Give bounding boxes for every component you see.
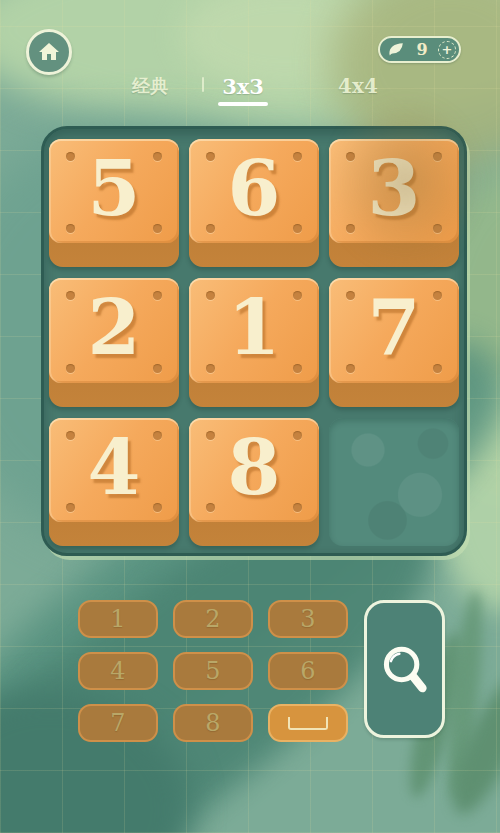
rivet-icon	[346, 224, 355, 233]
rivet-icon	[66, 152, 75, 161]
tab-classic[interactable]: 经典	[122, 74, 178, 98]
rivet-icon	[293, 503, 302, 512]
magnifier-icon	[378, 642, 432, 696]
tile-number: 3	[368, 151, 421, 227]
rivet-icon	[293, 224, 302, 233]
rivet-icon	[206, 364, 215, 373]
tile-7[interactable]: 7	[329, 278, 459, 406]
tile-number: 4	[88, 430, 141, 506]
tile-number: 2	[88, 290, 141, 366]
currency-value: 9	[406, 40, 438, 59]
tile-face: 4	[49, 418, 179, 522]
empty-cell	[329, 418, 459, 546]
rivet-icon	[66, 431, 75, 440]
key-2[interactable]: 2	[173, 600, 253, 638]
key-label: 5	[205, 657, 220, 685]
mode-tabs: 经典 3x3 4x4	[0, 74, 500, 104]
tile-2[interactable]: 2	[49, 278, 179, 406]
key-5[interactable]: 5	[173, 652, 253, 690]
tile-number: 6	[228, 151, 281, 227]
rivet-icon	[433, 152, 442, 161]
rivet-icon	[153, 224, 162, 233]
tab-3x3-label: 3x3	[222, 74, 264, 99]
puzzle-app: 9 + 经典 3x3 4x4 56321748 12345678	[0, 0, 500, 833]
tile-number: 7	[368, 290, 421, 366]
tile-5[interactable]: 5	[49, 139, 179, 267]
key-label: 7	[110, 709, 125, 737]
currency-badge[interactable]: 9 +	[378, 36, 461, 63]
keypad-reference: 12345678	[78, 600, 348, 742]
key-label: 4	[110, 657, 125, 685]
rivet-icon	[293, 152, 302, 161]
rivet-icon	[206, 431, 215, 440]
rivet-icon	[66, 224, 75, 233]
key-label: 1	[110, 605, 125, 633]
tile-face: 6	[189, 139, 319, 243]
tile-3[interactable]: 3	[329, 139, 459, 267]
key-label: 6	[300, 657, 315, 685]
tile-6[interactable]: 6	[189, 139, 319, 267]
tile-face: 1	[189, 278, 319, 382]
key-label: 3	[300, 605, 315, 633]
key-3[interactable]: 3	[268, 600, 348, 638]
tab-3x3[interactable]: 3x3	[215, 74, 271, 106]
grass-silhouette	[439, 668, 500, 823]
rivet-icon	[346, 364, 355, 373]
tile-face: 5	[49, 139, 179, 243]
grass-silhouette	[441, 589, 489, 801]
key-label: 8	[205, 709, 220, 737]
tile-number: 1	[228, 290, 281, 366]
rivet-icon	[206, 152, 215, 161]
tile-face: 7	[329, 278, 459, 382]
home-button[interactable]	[26, 29, 72, 75]
leaf-icon	[387, 40, 406, 59]
rivet-icon	[66, 364, 75, 373]
tab-4x4[interactable]: 4x4	[330, 74, 386, 98]
rivet-icon	[206, 503, 215, 512]
rivet-icon	[293, 431, 302, 440]
rivet-icon	[153, 431, 162, 440]
bg-blob	[0, 0, 500, 130]
add-currency-button[interactable]: +	[438, 41, 456, 59]
rivet-icon	[206, 224, 215, 233]
blank-slot-icon	[288, 717, 328, 730]
rivet-icon	[153, 364, 162, 373]
key-1[interactable]: 1	[78, 600, 158, 638]
tile-number: 5	[88, 151, 141, 227]
key-label: 2	[205, 605, 220, 633]
tile-face: 3	[329, 139, 459, 243]
rivet-icon	[433, 291, 442, 300]
rivet-icon	[206, 291, 215, 300]
board-grid: 56321748	[41, 126, 467, 556]
rivet-icon	[433, 364, 442, 373]
key-blank-slot[interactable]	[268, 704, 348, 742]
tile-number: 8	[228, 430, 281, 506]
tile-8[interactable]: 8	[189, 418, 319, 546]
tile-1[interactable]: 1	[189, 278, 319, 406]
home-icon	[37, 40, 61, 64]
key-6[interactable]: 6	[268, 652, 348, 690]
rivet-icon	[293, 364, 302, 373]
rivet-icon	[433, 224, 442, 233]
rivet-icon	[293, 291, 302, 300]
hint-search-button[interactable]	[364, 600, 445, 738]
key-8[interactable]: 8	[173, 704, 253, 742]
tile-4[interactable]: 4	[49, 418, 179, 546]
tab-divider	[202, 77, 204, 92]
rivet-icon	[346, 291, 355, 300]
rivet-icon	[346, 152, 355, 161]
tile-face: 2	[49, 278, 179, 382]
active-tab-underline	[218, 102, 268, 106]
tile-face: 8	[189, 418, 319, 522]
rivet-icon	[153, 152, 162, 161]
rivet-icon	[153, 291, 162, 300]
key-7[interactable]: 7	[78, 704, 158, 742]
rivet-icon	[153, 503, 162, 512]
key-4[interactable]: 4	[78, 652, 158, 690]
rivet-icon	[66, 503, 75, 512]
rivet-icon	[66, 291, 75, 300]
